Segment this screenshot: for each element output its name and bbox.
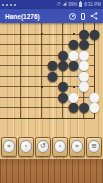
board-intersection[interactable] [26,102,37,113]
solution-target-icon[interactable] [69,13,76,20]
first-move-button-icon: « [3,140,16,153]
board-intersection[interactable] [89,71,100,82]
app-bar: Hane(1276) [0,9,103,23]
menu-button[interactable]: ≡ [86,137,102,157]
board-intersection[interactable] [5,60,16,71]
board-intersection[interactable] [26,113,37,124]
black-stone: ● [89,29,100,40]
board-intersection[interactable] [89,39,100,50]
board-intersection[interactable] [5,39,16,50]
table-surface [0,159,103,183]
board-intersection[interactable] [89,113,100,124]
menu-button-icon: ≡ [88,140,101,153]
board-intersection[interactable] [26,29,37,40]
next-move-button-icon: › [54,140,67,153]
board-intersection[interactable] [16,39,27,50]
board-intersection[interactable] [5,102,16,113]
first-move-button[interactable]: « [1,137,17,157]
board-intersection[interactable] [37,50,48,61]
battery-icon [79,2,82,7]
star-point [73,33,75,35]
board-intersection[interactable]: ● [58,92,69,103]
board-grid: ●●●●●●●●●●●●●●●●●●●●● [5,29,100,124]
board-intersection[interactable] [37,102,48,113]
status-time: 8:31 PM [84,2,101,7]
board-intersection[interactable] [16,81,27,92]
board-intersection[interactable] [37,113,48,124]
page-title: Hane(1276) [5,13,40,20]
prev-move-button[interactable]: ‹ [18,137,34,157]
board-intersection[interactable] [37,81,48,92]
board-intersection[interactable] [37,71,48,82]
notification-dot-icon [14,4,16,6]
board-intersection[interactable] [5,29,16,40]
board-intersection[interactable] [26,81,37,92]
board-intersection[interactable]: ● [89,29,100,40]
board-intersection[interactable] [5,81,16,92]
notification-icons [2,4,16,6]
last-move-button-icon: » [71,140,84,153]
board-intersection[interactable] [37,29,48,40]
board-intersection[interactable] [37,39,48,50]
board-intersection[interactable] [37,92,48,103]
board-intersection[interactable] [5,71,16,82]
board-intersection[interactable] [16,50,27,61]
star-point [41,33,43,35]
board-intersection[interactable] [26,39,37,50]
board-intersection[interactable] [47,102,58,113]
board-intersection[interactable] [16,113,27,124]
board-intersection[interactable] [26,71,37,82]
board-intersection[interactable] [68,113,79,124]
prev-move-button-icon: ‹ [20,140,33,153]
device-icon[interactable] [81,13,85,20]
share-icon[interactable] [90,12,98,20]
board-intersection[interactable] [58,29,69,40]
notification-dot-icon [10,4,12,6]
board-intersection[interactable] [16,102,27,113]
star-point [41,86,43,88]
board-intersection[interactable]: ● [79,81,90,92]
board-intersection[interactable] [5,113,16,124]
star-point [73,86,75,88]
controls-bar: «‹↺›»≡ [1,136,102,157]
board-intersection[interactable] [26,60,37,71]
notification-dot-icon [2,4,4,6]
last-move-button[interactable]: » [69,137,85,157]
board-intersection[interactable] [79,113,90,124]
board-intersection[interactable] [26,50,37,61]
board-intersection[interactable] [58,102,69,113]
battery-percent: 99% [68,2,77,7]
board-intersection[interactable] [58,113,69,124]
board-intersection[interactable] [47,29,58,40]
board-intersection[interactable] [89,50,100,61]
restart-button[interactable]: ↺ [35,137,51,157]
board-intersection[interactable]: ● [79,102,90,113]
board-intersection[interactable]: ● [89,102,100,113]
board-intersection[interactable] [5,92,16,103]
white-stone: ● [78,81,89,92]
notification-dot-icon [6,4,8,6]
board-intersection[interactable] [47,113,58,124]
clock-icon: ◷ [57,2,61,7]
restart-button-icon: ↺ [37,140,50,153]
board-intersection[interactable] [16,60,27,71]
board-intersection[interactable] [16,29,27,40]
signal-icon: ◢ [63,2,66,7]
board-intersection[interactable]: ● [58,60,69,71]
next-move-button[interactable]: › [52,137,68,157]
white-stone: ● [89,102,100,113]
board-intersection[interactable] [5,50,16,61]
board-intersection[interactable] [89,60,100,71]
board-intersection[interactable] [37,60,48,71]
board-intersection[interactable] [16,71,27,82]
status-bar: ◷ ◢ 99% 8:31 PM [0,0,103,9]
board-intersection[interactable] [26,92,37,103]
app-screen: ◷ ◢ 99% 8:31 PM Hane(1276) ●●●●●●●●●●●●●… [0,0,103,183]
board-intersection[interactable] [16,92,27,103]
